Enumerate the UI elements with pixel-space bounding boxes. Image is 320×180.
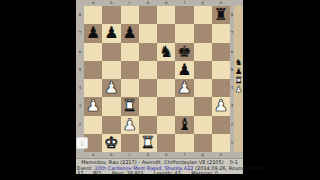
square-g3[interactable] bbox=[194, 97, 212, 115]
square-e4[interactable] bbox=[157, 79, 175, 97]
chess-diagram: abcdefgh 87654321 ♜♟♟♟♞♚♟♟♟♟♜♟♟♝♚♜ 87654… bbox=[76, 0, 243, 180]
square-b2[interactable] bbox=[102, 116, 120, 134]
square-d2[interactable] bbox=[139, 116, 157, 134]
square-e1[interactable] bbox=[157, 134, 175, 152]
square-d8[interactable] bbox=[139, 6, 157, 24]
square-b1[interactable]: ♚ bbox=[102, 134, 120, 152]
square-d4[interactable] bbox=[139, 79, 157, 97]
piece-white-rook: ♜ bbox=[122, 97, 136, 115]
square-h8[interactable]: ♜ bbox=[212, 6, 230, 24]
next-move: Next: 38.Rf3 bbox=[112, 170, 143, 176]
piece-white-rook: ♜ bbox=[141, 134, 155, 152]
captured-white-pawn: ♟ bbox=[235, 85, 242, 94]
piece-white-pawn: ♟ bbox=[104, 79, 118, 97]
square-h7[interactable] bbox=[212, 24, 230, 42]
piece-white-pawn: ♟ bbox=[122, 116, 136, 134]
square-g4[interactable] bbox=[194, 79, 212, 97]
captured-pieces-tray: ♞♟♜♟ bbox=[234, 6, 243, 152]
captured-black-knight: ♞ bbox=[235, 58, 242, 67]
square-c6[interactable] bbox=[121, 43, 139, 61]
piece-white-pawn: ♟ bbox=[86, 97, 100, 115]
captured-black-pawn: ♟ bbox=[235, 67, 242, 76]
square-h2[interactable] bbox=[212, 116, 230, 134]
game-info-footer: Mamedov, Rau (2217) - Asendft, Chifforda… bbox=[76, 158, 243, 174]
square-c3[interactable]: ♜ bbox=[121, 97, 139, 115]
captured-white-rook: ♜ bbox=[235, 76, 242, 85]
square-g1[interactable] bbox=[194, 134, 212, 152]
square-a2[interactable] bbox=[84, 116, 102, 134]
square-b6[interactable] bbox=[102, 43, 120, 61]
piece-black-knight: ♞ bbox=[159, 43, 173, 61]
square-h5[interactable] bbox=[212, 61, 230, 79]
square-e5[interactable] bbox=[157, 61, 175, 79]
square-a3[interactable]: ♟ bbox=[84, 97, 102, 115]
piece-black-rook: ♜ bbox=[214, 6, 228, 24]
piece-black-bishop: ♝ bbox=[177, 116, 191, 134]
piece-black-pawn: ♟ bbox=[177, 61, 191, 79]
square-b7[interactable]: ♟ bbox=[102, 24, 120, 42]
piece-black-pawn: ♟ bbox=[104, 24, 118, 42]
square-b5[interactable] bbox=[102, 61, 120, 79]
square-b3[interactable] bbox=[102, 97, 120, 115]
square-a5[interactable] bbox=[84, 61, 102, 79]
square-d1[interactable]: ♜ bbox=[139, 134, 157, 152]
square-f2[interactable]: ♝ bbox=[175, 116, 193, 134]
rank-label-7: 7 bbox=[76, 24, 84, 42]
move-info-line: 37. ... Bf2 Next: 38.Rf3 Length: 47 Mate… bbox=[76, 171, 243, 176]
square-d7[interactable] bbox=[139, 24, 157, 42]
square-e2[interactable] bbox=[157, 116, 175, 134]
rank-label-8: 8 bbox=[76, 6, 84, 24]
square-c4[interactable] bbox=[121, 79, 139, 97]
last-move: 37. ... Bf2 bbox=[77, 170, 101, 176]
piece-black-king: ♚ bbox=[177, 43, 191, 61]
square-h1[interactable] bbox=[212, 134, 230, 152]
rank-label-4: 4 bbox=[76, 79, 84, 97]
square-b4[interactable]: ♟ bbox=[102, 79, 120, 97]
video-frame: abcdefgh 87654321 ♜♟♟♟♞♚♟♟♟♟♜♟♟♝♚♜ 87654… bbox=[0, 0, 320, 180]
square-e8[interactable] bbox=[157, 6, 175, 24]
square-d5[interactable] bbox=[139, 61, 157, 79]
rank-label-6: 6 bbox=[76, 43, 84, 61]
square-f5[interactable]: ♟ bbox=[175, 61, 193, 79]
square-a6[interactable] bbox=[84, 43, 102, 61]
move-number-marker: 1 bbox=[76, 137, 88, 149]
square-b8[interactable] bbox=[102, 6, 120, 24]
square-e3[interactable] bbox=[157, 97, 175, 115]
game-length: Length: 47 bbox=[154, 170, 181, 176]
square-f6[interactable]: ♚ bbox=[175, 43, 193, 61]
square-a7[interactable]: ♟ bbox=[84, 24, 102, 42]
material-balance: Material: 0 bbox=[191, 170, 218, 176]
piece-black-pawn: ♟ bbox=[86, 24, 100, 42]
square-e7[interactable] bbox=[157, 24, 175, 42]
piece-black-pawn: ♟ bbox=[122, 24, 136, 42]
piece-white-pawn: ♟ bbox=[177, 79, 191, 97]
square-g5[interactable] bbox=[194, 61, 212, 79]
piece-white-pawn: ♟ bbox=[214, 97, 228, 115]
square-a4[interactable] bbox=[84, 79, 102, 97]
square-g8[interactable] bbox=[194, 6, 212, 24]
rank-labels-left: 87654321 bbox=[76, 6, 84, 152]
square-d3[interactable] bbox=[139, 97, 157, 115]
square-a8[interactable] bbox=[84, 6, 102, 24]
square-c7[interactable]: ♟ bbox=[121, 24, 139, 42]
rank-label-3: 3 bbox=[76, 97, 84, 115]
square-e6[interactable]: ♞ bbox=[157, 43, 175, 61]
square-c5[interactable] bbox=[121, 61, 139, 79]
square-f7[interactable] bbox=[175, 24, 193, 42]
square-c8[interactable] bbox=[121, 6, 139, 24]
square-c2[interactable]: ♟ bbox=[121, 116, 139, 134]
square-d6[interactable] bbox=[139, 43, 157, 61]
square-f3[interactable] bbox=[175, 97, 193, 115]
piece-white-king: ♚ bbox=[104, 134, 118, 152]
square-f4[interactable]: ♟ bbox=[175, 79, 193, 97]
chess-board: ♜♟♟♟♞♚♟♟♟♟♜♟♟♝♚♜ bbox=[84, 6, 230, 152]
square-h6[interactable] bbox=[212, 43, 230, 61]
square-g7[interactable] bbox=[194, 24, 212, 42]
square-f8[interactable] bbox=[175, 6, 193, 24]
rank-label-2: 2 bbox=[76, 116, 84, 134]
square-c1[interactable] bbox=[121, 134, 139, 152]
rank-label-5: 5 bbox=[76, 61, 84, 79]
square-h3[interactable]: ♟ bbox=[212, 97, 230, 115]
square-g2[interactable] bbox=[194, 116, 212, 134]
square-g6[interactable] bbox=[194, 43, 212, 61]
square-f1[interactable] bbox=[175, 134, 193, 152]
square-h4[interactable] bbox=[212, 79, 230, 97]
